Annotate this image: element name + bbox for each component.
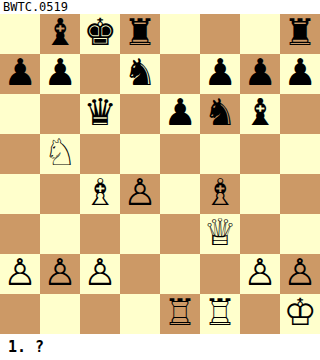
square-a5[interactable]	[0, 134, 40, 174]
square-h1[interactable]: ♔	[280, 294, 320, 334]
piece-white-pawn[interactable]: ♙	[43, 254, 76, 293]
square-b6[interactable]	[40, 94, 80, 134]
square-d4[interactable]: ♙	[120, 174, 160, 214]
square-d2[interactable]	[120, 254, 160, 294]
square-e3[interactable]	[160, 214, 200, 254]
square-f7[interactable]: ♟	[200, 54, 240, 94]
square-e1[interactable]: ♖	[160, 294, 200, 334]
square-h3[interactable]	[280, 214, 320, 254]
square-b2[interactable]: ♙	[40, 254, 80, 294]
square-d8[interactable]: ♜	[120, 14, 160, 54]
square-h7[interactable]: ♟	[280, 54, 320, 94]
piece-black-queen[interactable]: ♛	[83, 94, 116, 133]
square-g6[interactable]: ♝	[240, 94, 280, 134]
square-f3[interactable]: ♕	[200, 214, 240, 254]
move-prompt: 1. ?	[0, 338, 44, 356]
square-c7[interactable]	[80, 54, 120, 94]
square-e2[interactable]	[160, 254, 200, 294]
piece-white-pawn[interactable]: ♙	[123, 174, 156, 213]
square-f2[interactable]	[200, 254, 240, 294]
piece-black-rook[interactable]: ♜	[283, 14, 316, 53]
piece-black-knight[interactable]: ♞	[123, 54, 156, 93]
piece-white-bishop[interactable]: ♗	[203, 174, 236, 213]
square-b8[interactable]: ♝	[40, 14, 80, 54]
piece-white-king[interactable]: ♔	[283, 294, 316, 333]
piece-black-pawn[interactable]: ♟	[43, 54, 76, 93]
status-bar: 1. ?	[0, 334, 320, 360]
square-h5[interactable]	[280, 134, 320, 174]
square-g7[interactable]: ♟	[240, 54, 280, 94]
square-c4[interactable]: ♗	[80, 174, 120, 214]
piece-black-bishop[interactable]: ♝	[43, 14, 76, 53]
piece-white-pawn[interactable]: ♙	[243, 254, 276, 293]
square-e6[interactable]: ♟	[160, 94, 200, 134]
square-b4[interactable]	[40, 174, 80, 214]
chess-board: ♝♚♜♜♟♟♞♟♟♟♛♟♞♝♘♗♙♗♕♙♙♙♙♙♖♖♔	[0, 14, 320, 334]
piece-white-pawn[interactable]: ♙	[3, 254, 36, 293]
square-a6[interactable]	[0, 94, 40, 134]
piece-white-rook[interactable]: ♖	[203, 294, 236, 333]
square-a2[interactable]: ♙	[0, 254, 40, 294]
square-f6[interactable]: ♞	[200, 94, 240, 134]
piece-black-bishop[interactable]: ♝	[243, 94, 276, 133]
piece-black-rook[interactable]: ♜	[123, 14, 156, 53]
square-a8[interactable]	[0, 14, 40, 54]
square-g1[interactable]	[240, 294, 280, 334]
square-h8[interactable]: ♜	[280, 14, 320, 54]
square-d5[interactable]	[120, 134, 160, 174]
piece-black-pawn[interactable]: ♟	[283, 54, 316, 93]
square-g8[interactable]	[240, 14, 280, 54]
square-h6[interactable]	[280, 94, 320, 134]
piece-white-bishop[interactable]: ♗	[83, 174, 116, 213]
piece-black-pawn[interactable]: ♟	[3, 54, 36, 93]
square-b3[interactable]	[40, 214, 80, 254]
piece-black-pawn[interactable]: ♟	[163, 94, 196, 133]
square-a7[interactable]: ♟	[0, 54, 40, 94]
square-c5[interactable]	[80, 134, 120, 174]
square-c3[interactable]	[80, 214, 120, 254]
square-e5[interactable]	[160, 134, 200, 174]
puzzle-title: BWTC.0519	[0, 0, 68, 14]
square-d7[interactable]: ♞	[120, 54, 160, 94]
square-b1[interactable]	[40, 294, 80, 334]
square-f1[interactable]: ♖	[200, 294, 240, 334]
piece-black-pawn[interactable]: ♟	[243, 54, 276, 93]
piece-white-queen[interactable]: ♕	[203, 214, 236, 253]
piece-black-knight[interactable]: ♞	[203, 94, 236, 133]
title-bar: BWTC.0519	[0, 0, 320, 14]
square-g4[interactable]	[240, 174, 280, 214]
square-b5[interactable]: ♘	[40, 134, 80, 174]
square-g5[interactable]	[240, 134, 280, 174]
square-c6[interactable]: ♛	[80, 94, 120, 134]
square-e7[interactable]	[160, 54, 200, 94]
square-g3[interactable]	[240, 214, 280, 254]
square-e4[interactable]	[160, 174, 200, 214]
square-f5[interactable]	[200, 134, 240, 174]
piece-white-knight[interactable]: ♘	[43, 134, 76, 173]
square-c8[interactable]: ♚	[80, 14, 120, 54]
square-h2[interactable]: ♙	[280, 254, 320, 294]
square-h4[interactable]	[280, 174, 320, 214]
square-d1[interactable]	[120, 294, 160, 334]
piece-black-pawn[interactable]: ♟	[203, 54, 236, 93]
square-a3[interactable]	[0, 214, 40, 254]
square-e8[interactable]	[160, 14, 200, 54]
square-f4[interactable]: ♗	[200, 174, 240, 214]
piece-white-pawn[interactable]: ♙	[83, 254, 116, 293]
piece-white-pawn[interactable]: ♙	[283, 254, 316, 293]
square-c2[interactable]: ♙	[80, 254, 120, 294]
square-d6[interactable]	[120, 94, 160, 134]
square-a4[interactable]	[0, 174, 40, 214]
square-d3[interactable]	[120, 214, 160, 254]
square-g2[interactable]: ♙	[240, 254, 280, 294]
square-c1[interactable]	[80, 294, 120, 334]
square-b7[interactable]: ♟	[40, 54, 80, 94]
square-f8[interactable]	[200, 14, 240, 54]
piece-white-rook[interactable]: ♖	[163, 294, 196, 333]
square-a1[interactable]	[0, 294, 40, 334]
piece-black-king[interactable]: ♚	[83, 14, 116, 53]
